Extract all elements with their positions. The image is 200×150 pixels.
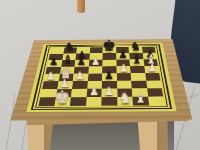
square-d1[interactable]	[86, 97, 102, 106]
piece-black-king[interactable]: ♚	[102, 38, 116, 53]
square-g4[interactable]	[131, 73, 146, 81]
square-f5[interactable]: ♟	[116, 66, 130, 73]
piece-black-pawn[interactable]: ♟	[77, 57, 86, 67]
piece-white-pawn[interactable]: ♟	[104, 86, 114, 97]
square-g1[interactable]: ♝	[132, 97, 148, 106]
piece-white-pawn[interactable]: ♟	[147, 63, 156, 73]
square-c1[interactable]	[70, 97, 86, 106]
square-g3[interactable]	[131, 81, 147, 89]
square-f7[interactable]: ♟	[116, 53, 130, 60]
square-h4[interactable]	[145, 73, 161, 81]
piece-white-knight[interactable]: ♞	[119, 91, 132, 105]
piece-white-king[interactable]: ♚	[54, 88, 70, 106]
square-h3[interactable]	[146, 80, 162, 88]
square-e1[interactable]	[101, 97, 117, 106]
wood-pole	[77, 0, 85, 13]
square-g6[interactable]: ♝	[130, 59, 144, 66]
square-c3[interactable]	[72, 81, 88, 89]
square-e4[interactable]: ♟	[102, 73, 117, 81]
square-e2[interactable]: ♟	[102, 89, 117, 97]
square-f3[interactable]	[117, 81, 132, 89]
square-d4[interactable]	[87, 74, 102, 82]
piece-white-bishop[interactable]: ♝	[134, 91, 147, 105]
chess-board: ♞♚♞♟♟♟♟♝♟♟♝♝♟♟♟♛♟♟♟♟♟♚♞♝	[38, 47, 164, 106]
room-scene: ♞♚♞♟♟♟♟♝♟♟♝♝♟♟♟♛♟♟♟♟♟♚♞♝	[0, 0, 200, 150]
piece-white-pawn[interactable]: ♟	[46, 71, 56, 82]
tabletop-surface: ♞♚♞♟♟♟♟♝♟♟♝♝♟♟♟♛♟♟♟♟♟♚♞♝	[10, 39, 192, 121]
square-a4[interactable]: ♟	[44, 74, 60, 82]
square-c4[interactable]: ♟	[73, 74, 88, 82]
square-b1[interactable]: ♚	[54, 97, 71, 106]
chess-board-frame: ♞♚♞♟♟♟♟♝♟♟♝♝♟♟♟♛♟♟♟♟♟♚♞♝	[26, 43, 176, 112]
square-e8[interactable]: ♚	[103, 47, 116, 53]
piece-black-pawn[interactable]: ♟	[49, 57, 58, 67]
board-border-outer: ♞♚♞♟♟♟♟♝♟♟♝♝♟♟♟♛♟♟♟♟♟♚♞♝	[31, 44, 172, 110]
square-d2[interactable]: ♟	[86, 89, 102, 97]
square-f4[interactable]	[116, 73, 131, 81]
floor-plank-line	[5, 94, 15, 150]
piece-white-pawn[interactable]: ♟	[89, 86, 99, 97]
table-top: ♞♚♞♟♟♟♟♝♟♟♝♝♟♟♟♛♟♟♟♟♟♚♞♝	[10, 39, 192, 121]
piece-white-pawn[interactable]: ♟	[75, 70, 85, 81]
square-f1[interactable]: ♞	[117, 97, 133, 106]
piece-white-pawn[interactable]: ♟	[119, 63, 128, 73]
square-a1[interactable]	[38, 97, 55, 106]
square-c2[interactable]	[71, 89, 87, 97]
piece-black-pawn[interactable]: ♟	[104, 70, 114, 81]
piece-white-pawn[interactable]: ♟	[91, 56, 100, 66]
piece-black-pawn[interactable]: ♟	[118, 50, 127, 60]
board-border-inner: ♞♚♞♟♟♟♟♝♟♟♝♝♟♟♟♛♟♟♟♟♟♚♞♝	[35, 46, 168, 108]
square-h5[interactable]: ♟	[144, 66, 159, 73]
square-h1[interactable]	[148, 97, 165, 106]
piece-black-bishop[interactable]: ♝	[131, 53, 142, 66]
square-h2[interactable]	[147, 88, 163, 96]
